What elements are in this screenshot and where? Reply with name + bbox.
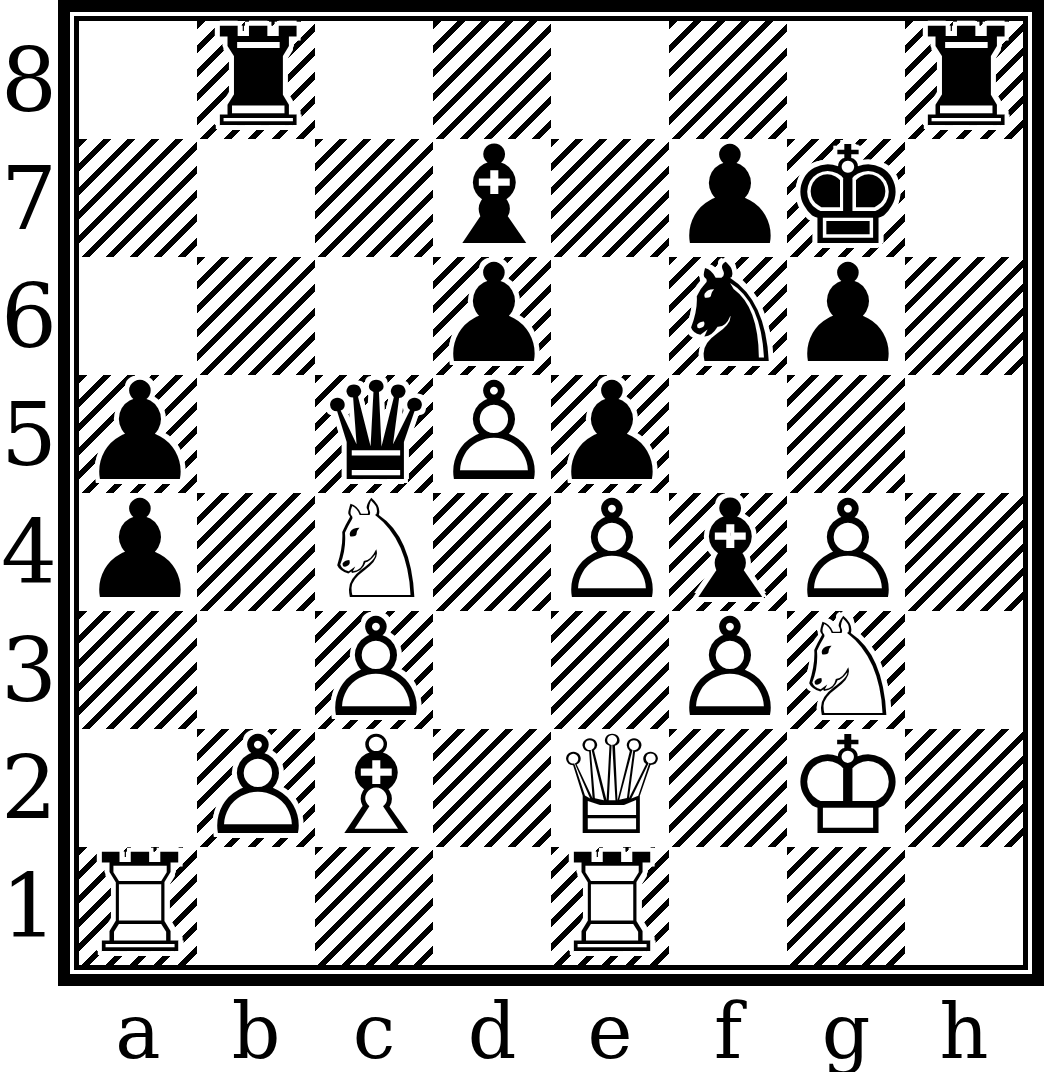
rank-label-3: 3 xyxy=(0,611,58,729)
square-h7[interactable] xyxy=(905,139,1023,257)
square-e7[interactable] xyxy=(551,139,669,257)
square-g6[interactable]: ♟♟ xyxy=(787,257,905,375)
square-b6[interactable] xyxy=(197,257,315,375)
square-a1[interactable]: ♜♖ xyxy=(79,847,197,965)
white-pawn-icon: ♙ xyxy=(551,491,669,609)
square-h4[interactable] xyxy=(905,493,1023,611)
rank-label-1: 1 xyxy=(0,847,58,965)
square-c2[interactable]: ♝♗ xyxy=(315,729,433,847)
piece-white-pawn[interactable]: ♟♙ xyxy=(669,611,787,729)
rank-label-6: 6 xyxy=(0,257,58,375)
square-g1[interactable] xyxy=(787,847,905,965)
square-b1[interactable] xyxy=(197,847,315,965)
file-label-f: f xyxy=(669,986,787,1072)
file-labels: abcdefgh xyxy=(79,986,1051,1072)
board-grid: ♜♜♜♜♝♝♟♟♚♚♟♟♞♞♟♟♟♟♛♛♟♙♟♟♟♟♞♘♟♙♝♝♟♙♟♙♟♙♞♘… xyxy=(79,21,1023,965)
white-pawn-icon: ♙ xyxy=(197,727,315,845)
piece-white-pawn[interactable]: ♟♙ xyxy=(197,729,315,847)
piece-black-rook[interactable]: ♜♜ xyxy=(197,21,315,139)
square-h2[interactable] xyxy=(905,729,1023,847)
rank-label-8: 8 xyxy=(0,21,58,139)
square-g2[interactable]: ♚♔ xyxy=(787,729,905,847)
square-d3[interactable] xyxy=(433,611,551,729)
chess-diagram: 87654321 ♜♜♜♜♝♝♟♟♚♚♟♟♞♞♟♟♟♟♛♛♟♙♟♟♟♟♞♘♟♙♝… xyxy=(0,0,1051,1072)
square-a7[interactable] xyxy=(79,139,197,257)
piece-black-pawn[interactable]: ♟♟ xyxy=(787,257,905,375)
square-b8[interactable]: ♜♜ xyxy=(197,21,315,139)
white-king-icon: ♔ xyxy=(787,727,905,845)
square-f3[interactable]: ♟♙ xyxy=(669,611,787,729)
file-label-g: g xyxy=(787,986,905,1072)
rank-labels: 87654321 xyxy=(0,0,58,986)
board-frame: ♜♜♜♜♝♝♟♟♚♚♟♟♞♞♟♟♟♟♛♛♟♙♟♟♟♟♞♘♟♙♝♝♟♙♟♙♟♙♞♘… xyxy=(58,0,1044,986)
file-label-b: b xyxy=(197,986,315,1072)
square-h6[interactable] xyxy=(905,257,1023,375)
file-label-e: e xyxy=(551,986,669,1072)
white-pawn-icon: ♙ xyxy=(433,373,551,491)
square-c8[interactable] xyxy=(315,21,433,139)
piece-white-pawn[interactable]: ♟♙ xyxy=(551,493,669,611)
square-e4[interactable]: ♟♙ xyxy=(551,493,669,611)
square-b5[interactable] xyxy=(197,375,315,493)
file-label-d: d xyxy=(433,986,551,1072)
file-label-a: a xyxy=(79,986,197,1072)
square-a4[interactable]: ♟♟ xyxy=(79,493,197,611)
black-pawn-icon: ♟ xyxy=(787,255,905,373)
piece-black-rook[interactable]: ♜♜ xyxy=(905,21,1023,139)
square-f2[interactable] xyxy=(669,729,787,847)
square-e8[interactable] xyxy=(551,21,669,139)
board-zone: 87654321 ♜♜♜♜♝♝♟♟♚♚♟♟♞♞♟♟♟♟♛♛♟♙♟♟♟♟♞♘♟♙♝… xyxy=(0,0,1051,986)
square-c1[interactable] xyxy=(315,847,433,965)
piece-white-rook[interactable]: ♜♖ xyxy=(551,847,669,965)
square-h5[interactable] xyxy=(905,375,1023,493)
square-h8[interactable]: ♜♜ xyxy=(905,21,1023,139)
black-knight-icon: ♞ xyxy=(669,255,787,373)
white-pawn-icon: ♙ xyxy=(669,609,787,727)
square-h1[interactable] xyxy=(905,847,1023,965)
piece-white-rook[interactable]: ♜♖ xyxy=(79,847,197,965)
square-b4[interactable] xyxy=(197,493,315,611)
square-f6[interactable]: ♞♞ xyxy=(669,257,787,375)
rank-label-5: 5 xyxy=(0,375,58,493)
square-f1[interactable] xyxy=(669,847,787,965)
white-bishop-icon: ♗ xyxy=(315,727,433,845)
square-e1[interactable]: ♜♖ xyxy=(551,847,669,965)
square-c7[interactable] xyxy=(315,139,433,257)
square-d5[interactable]: ♟♙ xyxy=(433,375,551,493)
piece-white-bishop[interactable]: ♝♗ xyxy=(315,729,433,847)
white-rook-icon: ♖ xyxy=(79,845,197,963)
black-rook-icon: ♜ xyxy=(197,19,315,137)
file-label-h: h xyxy=(905,986,1023,1072)
square-a8[interactable] xyxy=(79,21,197,139)
square-d4[interactable] xyxy=(433,493,551,611)
piece-black-pawn[interactable]: ♟♟ xyxy=(79,493,197,611)
file-label-c: c xyxy=(315,986,433,1072)
square-b7[interactable] xyxy=(197,139,315,257)
square-h3[interactable] xyxy=(905,611,1023,729)
square-a3[interactable] xyxy=(79,611,197,729)
square-d2[interactable] xyxy=(433,729,551,847)
rank-label-2: 2 xyxy=(0,729,58,847)
white-rook-icon: ♖ xyxy=(551,845,669,963)
black-pawn-icon: ♟ xyxy=(79,491,197,609)
square-b2[interactable]: ♟♙ xyxy=(197,729,315,847)
piece-white-pawn[interactable]: ♟♙ xyxy=(433,375,551,493)
board-frame-inner: ♜♜♜♜♝♝♟♟♚♚♟♟♞♞♟♟♟♟♛♛♟♙♟♟♟♟♞♘♟♙♝♝♟♙♟♙♟♙♞♘… xyxy=(74,16,1028,970)
square-d1[interactable] xyxy=(433,847,551,965)
piece-white-king[interactable]: ♚♔ xyxy=(787,729,905,847)
rank-label-7: 7 xyxy=(0,139,58,257)
black-rook-icon: ♜ xyxy=(905,19,1023,137)
rank-label-4: 4 xyxy=(0,493,58,611)
piece-black-knight[interactable]: ♞♞ xyxy=(669,257,787,375)
